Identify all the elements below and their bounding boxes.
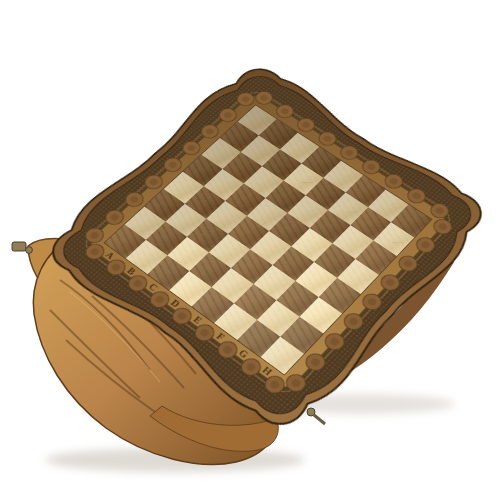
white-rook[interactable]: ♜ — [258, 316, 301, 361]
black-pawn[interactable]: ♟ — [374, 209, 408, 245]
board-scene: ABCDEFGH ♜♞♝♛♚♝♞♜♟♟♟♟♟♟♟♟♟♟♟♟♟♟♟♟♜♞♝♛♚♝♞… — [0, 0, 500, 500]
chess-set-photo: ABCDEFGH ♜♞♝♛♚♝♞♜♟♟♟♟♟♟♟♟♟♟♟♟♟♟♟♟♜♞♝♛♚♝♞… — [0, 0, 500, 500]
pieces-layer: ♜♞♝♛♚♝♞♜♟♟♟♟♟♟♟♟♟♟♟♟♟♟♟♟♜♞♝♛♚♝♞♜ — [13, 43, 500, 463]
board-tray: ABCDEFGH ♜♞♝♛♚♝♞♜♟♟♟♟♟♟♟♟♟♟♟♟♟♟♟♟♜♞♝♛♚♝♞… — [13, 43, 500, 463]
